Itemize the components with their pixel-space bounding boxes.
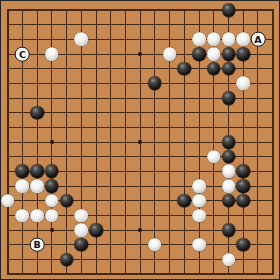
black-stone (16, 165, 30, 179)
black-stone (192, 47, 206, 61)
grid-line-vertical (154, 9, 155, 275)
white-stone (222, 33, 236, 47)
white-stone (75, 33, 89, 47)
black-stone (178, 62, 192, 76)
black-stone (60, 194, 74, 208)
white-stone (75, 209, 89, 223)
white-stone (75, 223, 89, 237)
black-stone (45, 179, 59, 193)
white-stone (192, 33, 206, 47)
white-stone (1, 194, 15, 208)
star-point (50, 228, 54, 232)
black-stone (60, 253, 74, 267)
black-stone (222, 150, 236, 164)
black-stone (207, 62, 221, 76)
go-board[interactable]: ACB (0, 0, 280, 280)
white-stone (207, 33, 221, 47)
black-stone (222, 3, 236, 17)
white-stone (30, 179, 44, 193)
black-stone (89, 223, 103, 237)
white-stone (207, 47, 221, 61)
black-stone (222, 223, 236, 237)
star-point (138, 52, 142, 56)
white-stone (16, 209, 30, 223)
black-stone (222, 135, 236, 149)
white-stone (222, 179, 236, 193)
white-stone (192, 238, 206, 252)
grid-line-horizontal (7, 244, 274, 245)
white-stone (163, 47, 177, 61)
black-stone (236, 165, 250, 179)
grid-line-vertical (257, 9, 258, 275)
white-stone (236, 33, 250, 47)
black-stone (178, 194, 192, 208)
marker-c[interactable]: C (15, 47, 30, 62)
white-stone (207, 150, 221, 164)
white-stone (222, 253, 236, 267)
marker-a[interactable]: A (251, 32, 266, 47)
black-stone (236, 179, 250, 193)
black-stone (222, 62, 236, 76)
grid-line-horizontal (7, 273, 274, 275)
white-stone (45, 209, 59, 223)
grid-line-vertical (272, 9, 274, 275)
white-stone (192, 209, 206, 223)
white-stone (16, 179, 30, 193)
white-stone (192, 194, 206, 208)
black-stone (222, 47, 236, 61)
white-stone (192, 179, 206, 193)
marker-b[interactable]: B (30, 238, 45, 253)
black-stone (236, 47, 250, 61)
star-point (138, 228, 142, 232)
black-stone (75, 238, 89, 252)
black-stone (236, 238, 250, 252)
black-stone (222, 194, 236, 208)
black-stone (30, 165, 44, 179)
white-stone (236, 77, 250, 91)
black-stone (45, 165, 59, 179)
white-stone (30, 209, 44, 223)
black-stone (236, 194, 250, 208)
black-stone (148, 77, 162, 91)
grid-line-vertical (184, 9, 185, 275)
star-point (138, 140, 142, 144)
black-stone (222, 91, 236, 105)
black-stone (30, 106, 44, 120)
star-point (50, 140, 54, 144)
white-stone (222, 165, 236, 179)
white-stone (148, 238, 162, 252)
white-stone (45, 194, 59, 208)
white-stone (45, 47, 59, 61)
